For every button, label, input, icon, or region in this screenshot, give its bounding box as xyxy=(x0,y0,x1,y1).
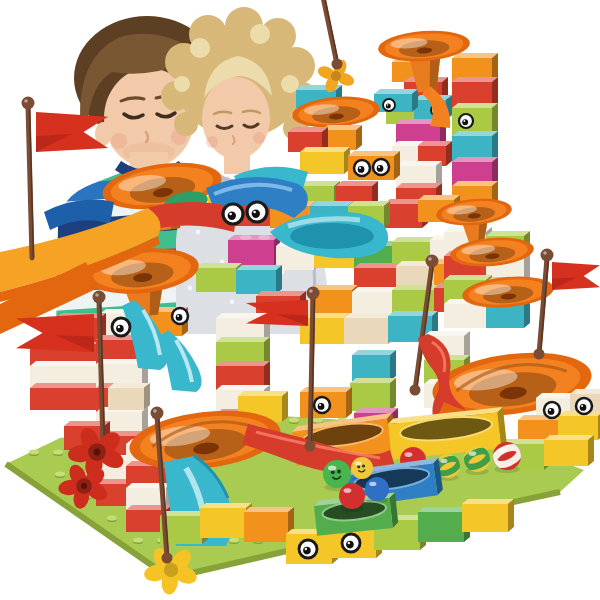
pole-ball-bottom xyxy=(332,59,343,70)
eye-decal xyxy=(373,159,389,175)
building-block xyxy=(236,265,282,294)
building-block xyxy=(228,235,280,266)
building-block xyxy=(300,147,350,174)
building-block xyxy=(374,89,418,112)
eye-decal xyxy=(299,540,317,558)
eye-decal xyxy=(576,398,592,414)
pole-ball-top xyxy=(307,287,320,300)
eye-decal xyxy=(314,397,330,413)
eye-decal xyxy=(247,202,267,222)
product-photo: Two toddlers playing with a colorful mar… xyxy=(0,0,600,600)
eye-decal xyxy=(544,402,560,418)
eye-decal xyxy=(172,308,188,324)
pole-ball-bottom xyxy=(305,441,316,452)
building-block xyxy=(352,287,398,316)
pole-ball-top xyxy=(93,291,106,304)
building-block xyxy=(462,499,514,532)
eye-decal xyxy=(459,114,473,128)
eye-decal xyxy=(383,99,395,111)
photo-scene xyxy=(0,0,600,600)
eye-decal xyxy=(223,204,243,224)
pole-ball-bottom xyxy=(534,349,545,360)
building-block xyxy=(196,263,242,292)
pole-ball-top xyxy=(151,407,164,420)
building-block xyxy=(108,383,150,410)
pole-ball-top xyxy=(541,249,554,262)
marble-yellowface xyxy=(351,457,373,482)
girl-cheek-right xyxy=(253,132,265,144)
pole-ball-bottom xyxy=(410,385,421,396)
building-block xyxy=(544,435,594,466)
marble-red xyxy=(339,483,365,512)
building-block xyxy=(350,378,396,411)
boy-cheek-left xyxy=(111,133,127,149)
eye-decal xyxy=(342,534,360,552)
pole-ball-bottom xyxy=(162,553,173,564)
girl-neck xyxy=(224,150,250,174)
eye-decal xyxy=(354,160,370,176)
building-block xyxy=(352,350,396,381)
eye-decal xyxy=(112,318,130,336)
pole-ball-top xyxy=(22,97,35,110)
pole-ball-top xyxy=(426,255,439,268)
teal-bowl-inner xyxy=(290,223,374,249)
marble-blue xyxy=(365,477,389,504)
girl-cheek-left xyxy=(206,136,218,148)
building-block xyxy=(344,313,394,344)
